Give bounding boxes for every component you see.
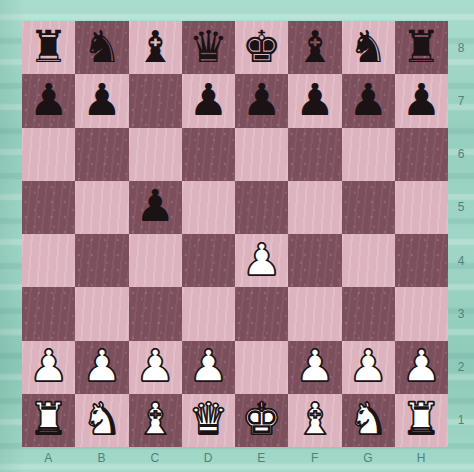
white-pawn[interactable]: ♟ [348, 344, 387, 388]
square-g4[interactable] [342, 234, 395, 287]
square-g2[interactable]: ♟ [342, 341, 395, 394]
file-label-a: A [22, 447, 75, 469]
rank-label-6: 6 [448, 128, 474, 181]
rank-label-3: 3 [448, 287, 474, 340]
square-d4[interactable] [182, 234, 235, 287]
square-f4[interactable] [288, 234, 341, 287]
board-background: ♜♞♝♛♚♝♞♜♟♟♟♟♟♟♟♟♟♟♟♟♟♟♟♟♜♞♝♛♚♝♞♜ ABCDEFG… [0, 0, 474, 472]
square-b3[interactable] [75, 287, 128, 340]
black-pawn[interactable]: ♟ [135, 184, 174, 228]
square-a1[interactable]: ♜ [22, 394, 75, 447]
square-h1[interactable]: ♜ [395, 394, 448, 447]
square-h6[interactable] [395, 128, 448, 181]
square-g5[interactable] [342, 181, 395, 234]
file-label-b: B [75, 447, 128, 469]
white-rook[interactable]: ♜ [29, 397, 68, 441]
rank-label-1: 1 [448, 394, 474, 447]
black-queen[interactable]: ♛ [189, 25, 228, 69]
file-label-e: E [235, 447, 288, 469]
square-b4[interactable] [75, 234, 128, 287]
square-f7[interactable]: ♟ [288, 74, 341, 127]
white-pawn[interactable]: ♟ [295, 344, 334, 388]
white-queen[interactable]: ♛ [189, 397, 228, 441]
square-e5[interactable] [235, 181, 288, 234]
square-b1[interactable]: ♞ [75, 394, 128, 447]
square-h5[interactable] [395, 181, 448, 234]
square-g3[interactable] [342, 287, 395, 340]
square-c6[interactable] [129, 128, 182, 181]
square-b8[interactable]: ♞ [75, 21, 128, 74]
square-a8[interactable]: ♜ [22, 21, 75, 74]
square-c1[interactable]: ♝ [129, 394, 182, 447]
square-e7[interactable]: ♟ [235, 74, 288, 127]
square-b5[interactable] [75, 181, 128, 234]
black-bishop[interactable]: ♝ [135, 25, 174, 69]
white-pawn[interactable]: ♟ [135, 344, 174, 388]
square-g1[interactable]: ♞ [342, 394, 395, 447]
white-pawn[interactable]: ♟ [82, 344, 121, 388]
black-knight[interactable]: ♞ [82, 25, 121, 69]
square-d7[interactable]: ♟ [182, 74, 235, 127]
black-pawn[interactable]: ♟ [189, 78, 228, 122]
square-h8[interactable]: ♜ [395, 21, 448, 74]
black-bishop[interactable]: ♝ [295, 25, 334, 69]
square-g6[interactable] [342, 128, 395, 181]
rank-label-2: 2 [448, 341, 474, 394]
rank-label-7: 7 [448, 74, 474, 127]
square-g8[interactable]: ♞ [342, 21, 395, 74]
black-rook[interactable]: ♜ [402, 25, 441, 69]
square-e2[interactable] [235, 341, 288, 394]
square-e4[interactable]: ♟ [235, 234, 288, 287]
square-c7[interactable] [129, 74, 182, 127]
square-e8[interactable]: ♚ [235, 21, 288, 74]
black-pawn[interactable]: ♟ [82, 78, 121, 122]
rank-label-4: 4 [448, 234, 474, 287]
rank-label-5: 5 [448, 181, 474, 234]
square-d3[interactable] [182, 287, 235, 340]
square-a2[interactable]: ♟ [22, 341, 75, 394]
black-knight[interactable]: ♞ [348, 25, 387, 69]
square-g7[interactable]: ♟ [342, 74, 395, 127]
square-b2[interactable]: ♟ [75, 341, 128, 394]
square-d6[interactable] [182, 128, 235, 181]
square-c3[interactable] [129, 287, 182, 340]
square-f3[interactable] [288, 287, 341, 340]
file-label-c: C [129, 447, 182, 469]
rank-labels: 87654321 [448, 21, 474, 447]
square-a6[interactable] [22, 128, 75, 181]
file-label-f: F [288, 447, 341, 469]
white-knight[interactable]: ♞ [348, 397, 387, 441]
square-a7[interactable]: ♟ [22, 74, 75, 127]
black-pawn[interactable]: ♟ [29, 78, 68, 122]
square-h4[interactable] [395, 234, 448, 287]
file-label-g: G [342, 447, 395, 469]
square-c5[interactable]: ♟ [129, 181, 182, 234]
square-h2[interactable]: ♟ [395, 341, 448, 394]
black-king[interactable]: ♚ [242, 25, 281, 69]
black-rook[interactable]: ♜ [29, 25, 68, 69]
white-pawn[interactable]: ♟ [29, 344, 68, 388]
white-bishop[interactable]: ♝ [135, 397, 174, 441]
square-a4[interactable] [22, 234, 75, 287]
square-f1[interactable]: ♝ [288, 394, 341, 447]
square-c2[interactable]: ♟ [129, 341, 182, 394]
square-e1[interactable]: ♚ [235, 394, 288, 447]
black-pawn[interactable]: ♟ [402, 78, 441, 122]
white-rook[interactable]: ♜ [402, 397, 441, 441]
rank-label-8: 8 [448, 21, 474, 74]
white-king[interactable]: ♚ [242, 397, 281, 441]
square-d8[interactable]: ♛ [182, 21, 235, 74]
file-label-d: D [182, 447, 235, 469]
square-a5[interactable] [22, 181, 75, 234]
white-pawn[interactable]: ♟ [402, 344, 441, 388]
white-knight[interactable]: ♞ [82, 397, 121, 441]
white-pawn[interactable]: ♟ [189, 344, 228, 388]
chess-board: ♜♞♝♛♚♝♞♜♟♟♟♟♟♟♟♟♟♟♟♟♟♟♟♟♜♞♝♛♚♝♞♜ [22, 21, 448, 447]
square-f5[interactable] [288, 181, 341, 234]
square-a3[interactable] [22, 287, 75, 340]
black-pawn[interactable]: ♟ [348, 78, 387, 122]
square-e6[interactable] [235, 128, 288, 181]
square-h7[interactable]: ♟ [395, 74, 448, 127]
white-pawn[interactable]: ♟ [242, 238, 281, 282]
black-pawn[interactable]: ♟ [295, 78, 334, 122]
square-c4[interactable] [129, 234, 182, 287]
square-f2[interactable]: ♟ [288, 341, 341, 394]
square-f6[interactable] [288, 128, 341, 181]
file-labels: ABCDEFGH [22, 447, 448, 469]
white-bishop[interactable]: ♝ [295, 397, 334, 441]
square-h3[interactable] [395, 287, 448, 340]
square-b7[interactable]: ♟ [75, 74, 128, 127]
square-d2[interactable]: ♟ [182, 341, 235, 394]
black-pawn[interactable]: ♟ [242, 78, 281, 122]
square-b6[interactable] [75, 128, 128, 181]
file-label-h: H [395, 447, 448, 469]
square-d1[interactable]: ♛ [182, 394, 235, 447]
square-c8[interactable]: ♝ [129, 21, 182, 74]
square-f8[interactable]: ♝ [288, 21, 341, 74]
square-d5[interactable] [182, 181, 235, 234]
square-e3[interactable] [235, 287, 288, 340]
